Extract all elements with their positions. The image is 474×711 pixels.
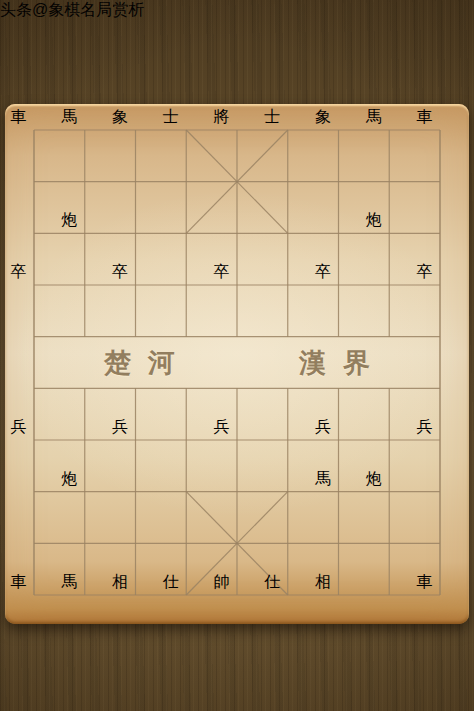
watermark-handle: @象棋名局赏析 [32, 1, 144, 18]
piece-glyph: 士 [163, 108, 179, 125]
piece-black-soldier[interactable]: 卒 [315, 262, 362, 309]
piece-red-elephant[interactable]: 相 [112, 572, 159, 619]
river-label-left: 楚河 [104, 348, 192, 378]
piece-glyph: 車 [11, 108, 27, 125]
piece-glyph: 炮 [366, 469, 382, 486]
piece-black-soldier[interactable]: 卒 [214, 262, 261, 309]
piece-red-soldier[interactable]: 兵 [417, 417, 464, 464]
watermark: 头条@象棋名局赏析 [0, 0, 474, 21]
piece-glyph: 馬 [61, 573, 77, 590]
piece-red-soldier[interactable]: 兵 [11, 417, 58, 464]
piece-black-elephant[interactable]: 象 [112, 107, 159, 154]
piece-glyph: 象 [315, 108, 331, 125]
piece-glyph: 兵 [112, 418, 128, 435]
piece-black-horse[interactable]: 馬 [366, 107, 413, 154]
piece-black-soldier[interactable]: 卒 [417, 262, 464, 309]
piece-red-horse[interactable]: 馬 [61, 572, 108, 619]
piece-glyph: 相 [112, 573, 128, 590]
piece-black-general[interactable]: 將 [214, 107, 261, 154]
piece-glyph: 炮 [366, 211, 382, 228]
piece-red-cannon[interactable]: 炮 [366, 468, 413, 515]
piece-black-soldier[interactable]: 卒 [11, 262, 58, 309]
piece-red-advisor[interactable]: 仕 [264, 572, 311, 619]
piece-glyph: 兵 [214, 418, 230, 435]
piece-glyph: 仕 [264, 573, 280, 590]
piece-glyph: 車 [11, 573, 27, 590]
piece-glyph: 炮 [61, 469, 77, 486]
piece-glyph: 象 [112, 108, 128, 125]
piece-red-horse[interactable]: 馬 [315, 468, 362, 515]
piece-glyph: 馬 [61, 108, 77, 125]
piece-red-soldier[interactable]: 兵 [214, 417, 261, 464]
piece-glyph: 馬 [315, 469, 331, 486]
piece-glyph: 卒 [315, 263, 331, 280]
piece-glyph: 兵 [11, 418, 27, 435]
piece-red-cannon[interactable]: 炮 [61, 468, 108, 515]
board-sheen [5, 104, 469, 624]
piece-glyph: 士 [264, 108, 280, 125]
piece-glyph: 兵 [417, 418, 433, 435]
piece-glyph: 卒 [417, 263, 433, 280]
watermark-prefix: 头条 [0, 1, 32, 18]
piece-glyph: 車 [417, 573, 433, 590]
piece-glyph: 炮 [61, 211, 77, 228]
piece-black-chariot[interactable]: 車 [417, 107, 464, 154]
piece-glyph: 將 [214, 108, 230, 125]
piece-red-chariot[interactable]: 車 [11, 572, 58, 619]
piece-red-elephant[interactable]: 相 [315, 572, 362, 619]
piece-red-general[interactable]: 帥 [214, 572, 261, 619]
piece-glyph: 卒 [11, 263, 27, 280]
piece-black-cannon[interactable]: 炮 [366, 210, 413, 257]
piece-black-advisor[interactable]: 士 [163, 107, 210, 154]
piece-black-horse[interactable]: 馬 [61, 107, 108, 154]
piece-glyph: 仕 [163, 573, 179, 590]
piece-black-chariot[interactable]: 車 [11, 107, 58, 154]
xiangqi-app-screen: 楚河 漢界 車馬象士將士象馬車炮炮卒卒卒卒卒兵兵兵兵兵炮馬炮車馬相仕帥仕相車 头… [0, 0, 474, 711]
piece-black-cannon[interactable]: 炮 [61, 210, 108, 257]
piece-glyph: 兵 [315, 418, 331, 435]
river-label-right: 漢界 [299, 348, 387, 378]
piece-glyph: 相 [315, 573, 331, 590]
piece-red-chariot[interactable]: 車 [417, 572, 464, 619]
xiangqi-board[interactable] [5, 104, 469, 624]
piece-glyph: 卒 [112, 263, 128, 280]
piece-red-soldier[interactable]: 兵 [315, 417, 362, 464]
piece-black-soldier[interactable]: 卒 [112, 262, 159, 309]
piece-glyph: 帥 [214, 573, 230, 590]
piece-black-advisor[interactable]: 士 [264, 107, 311, 154]
piece-red-soldier[interactable]: 兵 [112, 417, 159, 464]
piece-glyph: 車 [417, 108, 433, 125]
piece-glyph: 馬 [366, 108, 382, 125]
piece-black-elephant[interactable]: 象 [315, 107, 362, 154]
piece-glyph: 卒 [214, 263, 230, 280]
piece-red-advisor[interactable]: 仕 [163, 572, 210, 619]
